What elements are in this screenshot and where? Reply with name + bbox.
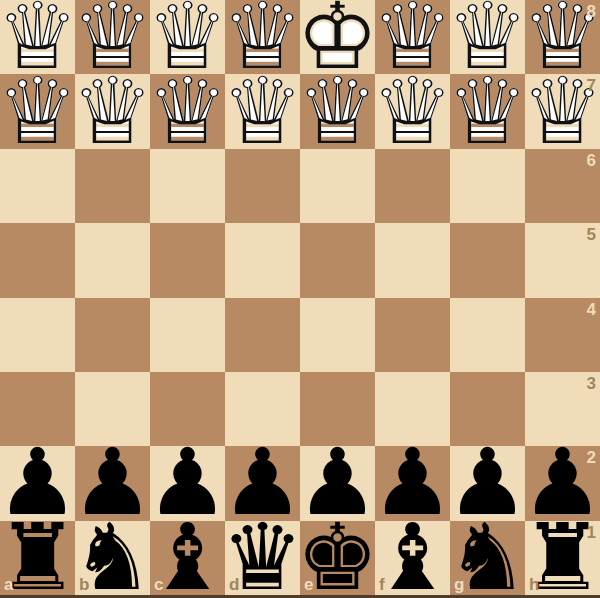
piece-outline-layer: ♕ [71, 66, 153, 158]
square-d4[interactable] [225, 298, 300, 372]
square-a7[interactable]: ♛♕ [0, 74, 75, 148]
square-e1[interactable]: ♚e [300, 521, 375, 595]
square-f6[interactable] [375, 149, 450, 223]
square-f8[interactable]: ♛♕ [375, 0, 450, 74]
piece-fill-layer: ♛ [71, 0, 153, 83]
white-king[interactable]: ♚♔ [300, 0, 375, 74]
rank-label-4: 4 [587, 301, 596, 318]
square-b5[interactable] [75, 223, 150, 297]
square-g2[interactable]: ♟ [450, 446, 525, 520]
square-h4[interactable]: 4 [525, 298, 600, 372]
black-pawn[interactable]: ♟ [525, 446, 600, 520]
black-pawn[interactable]: ♟ [75, 446, 150, 520]
piece-fill-layer: ♛ [371, 0, 453, 83]
square-d2[interactable]: ♟ [225, 446, 300, 520]
square-h1[interactable]: ♜1h [525, 521, 600, 595]
square-h7[interactable]: ♛♕7 [525, 74, 600, 148]
black-rook[interactable]: ♜ [0, 521, 75, 595]
piece-glyph: ♟ [71, 437, 153, 529]
square-h6[interactable]: 6 [525, 149, 600, 223]
black-pawn[interactable]: ♟ [150, 446, 225, 520]
square-e3[interactable] [300, 372, 375, 446]
chess-board-wrap: ♛♕♛♕♛♕♛♕♚♔♛♕♛♕♛♕8♛♕♛♕♛♕♛♕♛♕♛♕♛♕♛♕76543♟♟… [0, 0, 600, 598]
piece-glyph: ♞ [446, 512, 528, 598]
piece-outline-layer: ♕ [446, 66, 528, 158]
piece-glyph: ♝ [371, 512, 453, 598]
white-queen[interactable]: ♛♕ [225, 74, 300, 148]
white-queen[interactable]: ♛♕ [375, 74, 450, 148]
piece-outline-layer: ♕ [521, 66, 600, 158]
piece-fill-layer: ♚ [296, 0, 378, 83]
piece-glyph: ♜ [521, 512, 600, 598]
piece-outline-layer: ♕ [0, 66, 79, 158]
square-e4[interactable] [300, 298, 375, 372]
piece-outline-layer: ♕ [0, 0, 79, 83]
piece-glyph: ♟ [446, 437, 528, 529]
piece-outline-layer: ♕ [371, 66, 453, 158]
piece-fill-layer: ♛ [221, 0, 303, 83]
square-f7[interactable]: ♛♕ [375, 74, 450, 148]
white-queen[interactable]: ♛♕ [375, 0, 450, 74]
white-queen[interactable]: ♛♕ [0, 0, 75, 74]
white-queen[interactable]: ♛♕ [150, 0, 225, 74]
piece-fill-layer: ♛ [446, 0, 528, 83]
square-e2[interactable]: ♟ [300, 446, 375, 520]
square-g8[interactable]: ♛♕ [450, 0, 525, 74]
piece-outline-layer: ♕ [146, 66, 228, 158]
square-c5[interactable] [150, 223, 225, 297]
white-queen[interactable]: ♛♕ [525, 74, 600, 148]
white-queen[interactable]: ♛♕ [225, 0, 300, 74]
square-c3[interactable] [150, 372, 225, 446]
square-c1[interactable]: ♝c [150, 521, 225, 595]
black-king[interactable]: ♚ [300, 521, 375, 595]
piece-glyph: ♟ [296, 437, 378, 529]
piece-outline-layer: ♕ [521, 0, 600, 83]
square-e7[interactable]: ♛♕ [300, 74, 375, 148]
square-h8[interactable]: ♛♕8 [525, 0, 600, 74]
square-d6[interactable] [225, 149, 300, 223]
white-queen[interactable]: ♛♕ [75, 74, 150, 148]
square-h3[interactable]: 3 [525, 372, 600, 446]
square-f1[interactable]: ♝f [375, 521, 450, 595]
piece-glyph: ♟ [146, 437, 228, 529]
square-d3[interactable] [225, 372, 300, 446]
piece-fill-layer: ♛ [521, 66, 600, 158]
square-a5[interactable] [0, 223, 75, 297]
piece-fill-layer: ♛ [521, 0, 600, 83]
square-h2[interactable]: ♟2 [525, 446, 600, 520]
black-knight[interactable]: ♞ [450, 521, 525, 595]
square-b2[interactable]: ♟ [75, 446, 150, 520]
piece-fill-layer: ♛ [0, 0, 79, 83]
black-pawn[interactable]: ♟ [450, 446, 525, 520]
piece-fill-layer: ♛ [71, 66, 153, 158]
square-g7[interactable]: ♛♕ [450, 74, 525, 148]
square-a3[interactable] [0, 372, 75, 446]
white-queen[interactable]: ♛♕ [450, 0, 525, 74]
piece-glyph: ♚ [296, 512, 378, 598]
piece-glyph: ♟ [0, 437, 79, 529]
black-pawn[interactable]: ♟ [375, 446, 450, 520]
piece-outline-layer: ♕ [146, 0, 228, 83]
black-queen[interactable]: ♛ [225, 521, 300, 595]
square-g1[interactable]: ♞g [450, 521, 525, 595]
white-queen[interactable]: ♛♕ [450, 74, 525, 148]
piece-outline-layer: ♕ [221, 66, 303, 158]
piece-glyph: ♟ [371, 437, 453, 529]
square-g4[interactable] [450, 298, 525, 372]
square-g3[interactable] [450, 372, 525, 446]
square-a1[interactable]: ♜a [0, 521, 75, 595]
chess-board: ♛♕♛♕♛♕♛♕♚♔♛♕♛♕♛♕8♛♕♛♕♛♕♛♕♛♕♛♕♛♕♛♕76543♟♟… [0, 0, 600, 598]
square-a8[interactable]: ♛♕ [0, 0, 75, 74]
square-f5[interactable] [375, 223, 450, 297]
square-g5[interactable] [450, 223, 525, 297]
rank-label-5: 5 [587, 226, 596, 243]
piece-glyph: ♜ [0, 512, 79, 598]
square-a4[interactable] [0, 298, 75, 372]
square-a6[interactable] [0, 149, 75, 223]
square-d7[interactable]: ♛♕ [225, 74, 300, 148]
piece-outline-layer: ♕ [296, 66, 378, 158]
white-queen[interactable]: ♛♕ [0, 74, 75, 148]
square-b3[interactable] [75, 372, 150, 446]
square-c4[interactable] [150, 298, 225, 372]
white-queen[interactable]: ♛♕ [150, 74, 225, 148]
piece-glyph: ♞ [71, 512, 153, 598]
piece-fill-layer: ♛ [0, 66, 79, 158]
piece-fill-layer: ♛ [146, 0, 228, 83]
square-g6[interactable] [450, 149, 525, 223]
square-c6[interactable] [150, 149, 225, 223]
piece-fill-layer: ♛ [296, 66, 378, 158]
black-knight[interactable]: ♞ [75, 521, 150, 595]
white-queen[interactable]: ♛♕ [300, 74, 375, 148]
square-f4[interactable] [375, 298, 450, 372]
piece-fill-layer: ♛ [221, 66, 303, 158]
piece-glyph: ♛ [221, 512, 303, 598]
square-a2[interactable]: ♟ [0, 446, 75, 520]
rank-label-6: 6 [587, 152, 596, 169]
square-e5[interactable] [300, 223, 375, 297]
black-rook[interactable]: ♜ [525, 521, 600, 595]
square-b8[interactable]: ♛♕ [75, 0, 150, 74]
rank-label-3: 3 [587, 375, 596, 392]
black-bishop[interactable]: ♝ [150, 521, 225, 595]
piece-outline-layer: ♕ [221, 0, 303, 83]
piece-fill-layer: ♛ [446, 66, 528, 158]
piece-outline-layer: ♕ [71, 0, 153, 83]
square-b4[interactable] [75, 298, 150, 372]
piece-glyph: ♝ [146, 512, 228, 598]
piece-outline-layer: ♕ [446, 0, 528, 83]
white-queen[interactable]: ♛♕ [525, 0, 600, 74]
square-f2[interactable]: ♟ [375, 446, 450, 520]
black-pawn[interactable]: ♟ [0, 446, 75, 520]
square-c7[interactable]: ♛♕ [150, 74, 225, 148]
piece-fill-layer: ♛ [371, 66, 453, 158]
square-e8[interactable]: ♚♔ [300, 0, 375, 74]
black-pawn[interactable]: ♟ [225, 446, 300, 520]
piece-outline-layer: ♕ [371, 0, 453, 83]
square-e6[interactable] [300, 149, 375, 223]
square-h5[interactable]: 5 [525, 223, 600, 297]
black-pawn[interactable]: ♟ [300, 446, 375, 520]
square-b7[interactable]: ♛♕ [75, 74, 150, 148]
piece-glyph: ♟ [521, 437, 600, 529]
piece-glyph: ♟ [221, 437, 303, 529]
square-c2[interactable]: ♟ [150, 446, 225, 520]
square-d8[interactable]: ♛♕ [225, 0, 300, 74]
white-queen[interactable]: ♛♕ [75, 0, 150, 74]
square-b1[interactable]: ♞b [75, 521, 150, 595]
square-f3[interactable] [375, 372, 450, 446]
square-d1[interactable]: ♛d [225, 521, 300, 595]
piece-outline-layer: ♔ [296, 0, 378, 83]
square-b6[interactable] [75, 149, 150, 223]
piece-fill-layer: ♛ [146, 66, 228, 158]
black-bishop[interactable]: ♝ [375, 521, 450, 595]
square-c8[interactable]: ♛♕ [150, 0, 225, 74]
square-d5[interactable] [225, 223, 300, 297]
